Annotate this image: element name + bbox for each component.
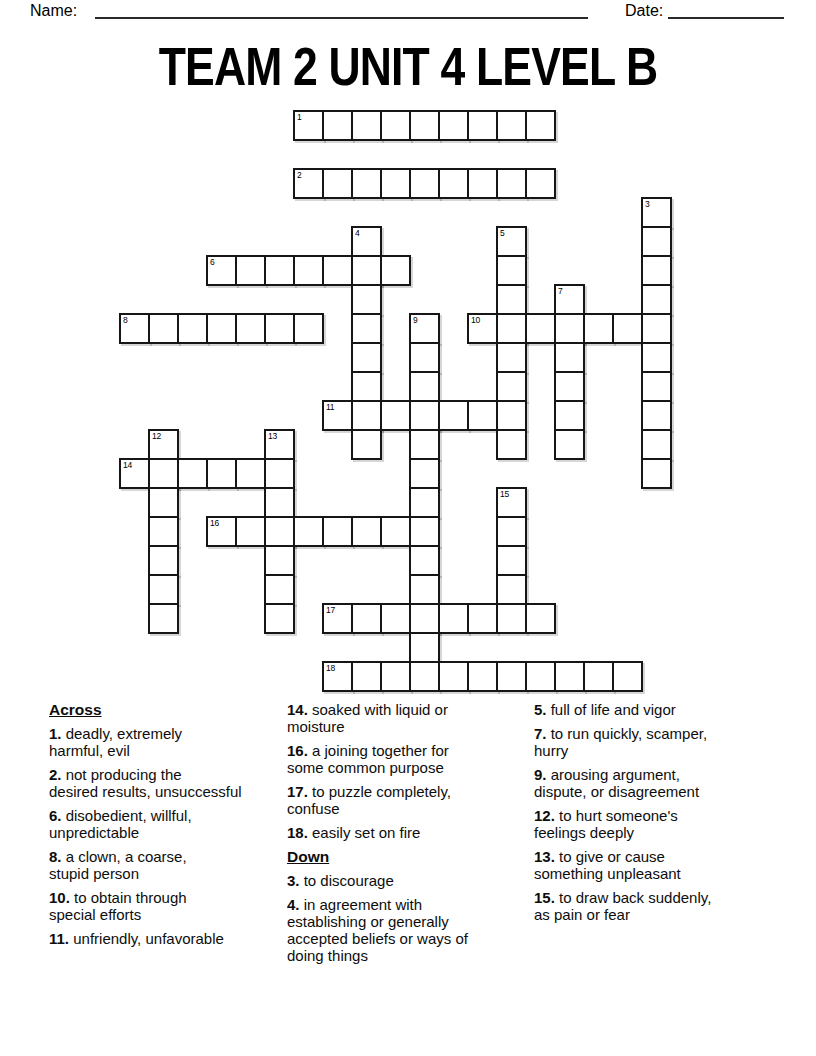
grid-cell[interactable] <box>554 313 585 344</box>
grid-cell[interactable]: 9 <box>409 313 440 344</box>
grid-cell[interactable] <box>496 342 527 373</box>
grid-cell[interactable] <box>351 603 382 634</box>
grid-cell[interactable] <box>467 110 498 141</box>
grid-cell[interactable] <box>264 545 295 576</box>
clue-text: a clown, a coarse, stupid person <box>49 848 187 882</box>
grid-cell[interactable] <box>293 516 324 547</box>
grid-cell[interactable] <box>264 574 295 605</box>
grid-cell[interactable] <box>380 168 411 199</box>
grid-cell[interactable] <box>148 458 179 489</box>
clue-down-13: 13. to give or cause something unpleasan… <box>534 848 792 882</box>
grid-cell[interactable] <box>380 255 411 286</box>
clue-text: to discourage <box>300 872 394 889</box>
cell-number: 7 <box>558 287 562 296</box>
clue-across-18: 18. easily set on fire <box>287 824 531 841</box>
grid-cell[interactable] <box>264 313 295 344</box>
grid-cell[interactable] <box>351 661 382 692</box>
clues-column-2: 14. soaked with liquid or moisture16. a … <box>287 701 531 971</box>
clue-number: 7. <box>534 725 547 742</box>
grid-cell[interactable] <box>467 661 498 692</box>
grid-cell[interactable] <box>409 574 440 605</box>
name-input-line[interactable] <box>95 2 588 19</box>
grid-cell[interactable] <box>380 661 411 692</box>
clue-number: 17. <box>287 783 308 800</box>
grid-cell[interactable] <box>496 110 527 141</box>
grid-cell[interactable] <box>438 661 469 692</box>
clue-number: 8. <box>49 848 62 865</box>
grid-cell[interactable]: 1 <box>293 110 324 141</box>
cell-number: 9 <box>413 316 417 325</box>
grid-cell[interactable] <box>380 110 411 141</box>
clue-across-8: 8. a clown, a coarse, stupid person <box>49 848 281 882</box>
grid-cell[interactable] <box>612 661 643 692</box>
grid-cell[interactable]: 16 <box>206 516 237 547</box>
grid-cell[interactable]: 3 <box>641 197 672 228</box>
grid-cell[interactable] <box>264 516 295 547</box>
grid-cell[interactable] <box>148 313 179 344</box>
grid-cell[interactable] <box>351 371 382 402</box>
clue-text: to obtain through special efforts <box>49 889 187 923</box>
clue-text: to run quickly, scamper, hurry <box>534 725 707 759</box>
clue-number: 14. <box>287 701 308 718</box>
grid-cell[interactable]: 4 <box>351 226 382 257</box>
grid-cell[interactable]: 14 <box>119 458 150 489</box>
grid-cell[interactable] <box>641 458 672 489</box>
clue-number: 6. <box>49 807 62 824</box>
clue-text: easily set on fire <box>308 824 421 841</box>
cell-number: 11 <box>326 403 334 412</box>
grid-cell[interactable] <box>496 545 527 576</box>
grid-cell[interactable] <box>264 603 295 634</box>
grid-cell[interactable] <box>148 603 179 634</box>
clue-number: 12. <box>534 807 555 824</box>
clue-number: 5. <box>534 701 547 718</box>
grid-cell[interactable] <box>554 661 585 692</box>
grid-cell[interactable] <box>496 255 527 286</box>
grid-cell[interactable] <box>351 168 382 199</box>
grid-cell[interactable] <box>148 574 179 605</box>
grid-cell[interactable] <box>641 400 672 431</box>
clue-down-15: 15. to draw back suddenly, as pain or fe… <box>534 889 792 923</box>
cell-number: 2 <box>297 171 301 180</box>
clue-across-14: 14. soaked with liquid or moisture <box>287 701 531 735</box>
cell-number: 15 <box>500 490 509 499</box>
grid-cell[interactable] <box>380 400 411 431</box>
clue-number: 2. <box>49 766 62 783</box>
grid-cell[interactable] <box>641 255 672 286</box>
clue-across-17: 17. to puzzle completely, confuse <box>287 783 531 817</box>
grid-cell[interactable] <box>351 110 382 141</box>
grid-cell[interactable] <box>409 342 440 373</box>
clues-column-1: Across1. deadly, extremely harmful, evil… <box>49 701 281 954</box>
grid-cell[interactable] <box>525 110 556 141</box>
clue-text: disobedient, willful, unpredictable <box>49 807 192 841</box>
grid-cell[interactable] <box>351 429 382 460</box>
clue-text: in agreement with establishing or genera… <box>287 896 468 964</box>
grid-cell[interactable]: 18 <box>322 661 353 692</box>
grid-cell[interactable] <box>322 168 353 199</box>
grid-cell[interactable] <box>525 603 556 634</box>
grid-cell[interactable] <box>641 342 672 373</box>
across-header: Across <box>49 701 281 718</box>
clue-down-7: 7. to run quickly, scamper, hurry <box>534 725 792 759</box>
grid-cell[interactable] <box>293 255 324 286</box>
cell-number: 4 <box>355 229 359 238</box>
grid-cell[interactable]: 10 <box>467 313 498 344</box>
grid-cell[interactable]: 13 <box>264 429 295 460</box>
grid-cell[interactable] <box>641 313 672 344</box>
clue-number: 13. <box>534 848 555 865</box>
clue-down-5: 5. full of life and vigor <box>534 701 792 718</box>
grid-cell[interactable] <box>496 400 527 431</box>
grid-cell[interactable] <box>264 255 295 286</box>
grid-cell[interactable] <box>380 603 411 634</box>
cell-number: 17 <box>326 606 335 615</box>
grid-cell[interactable] <box>351 516 382 547</box>
grid-cell[interactable] <box>409 400 440 431</box>
grid-cell[interactable] <box>322 516 353 547</box>
grid-cell[interactable] <box>409 516 440 547</box>
grid-cell[interactable]: 6 <box>206 255 237 286</box>
grid-cell[interactable] <box>148 487 179 518</box>
grid-cell[interactable] <box>409 545 440 576</box>
grid-cell[interactable] <box>409 661 440 692</box>
grid-cell[interactable] <box>206 313 237 344</box>
grid-cell[interactable] <box>409 429 440 460</box>
grid-cell[interactable] <box>322 110 353 141</box>
clue-across-2: 2. not producing the desired results, un… <box>49 766 281 800</box>
clue-number: 16. <box>287 742 308 759</box>
cell-number: 8 <box>123 316 127 325</box>
clue-text: to puzzle completely, confuse <box>287 783 451 817</box>
clue-number: 15. <box>534 889 555 906</box>
grid-cell[interactable] <box>177 313 208 344</box>
clue-number: 4. <box>287 896 300 913</box>
clue-text: soaked with liquid or moisture <box>287 701 448 735</box>
clue-text: a joining together for some common purpo… <box>287 742 449 776</box>
grid-cell[interactable] <box>264 458 295 489</box>
grid-cell[interactable]: 15 <box>496 487 527 518</box>
clue-number: 3. <box>287 872 300 889</box>
grid-cell[interactable] <box>641 284 672 315</box>
name-label: Name: <box>30 2 77 20</box>
down-header: Down <box>287 848 531 865</box>
grid-cell[interactable] <box>409 110 440 141</box>
grid-cell[interactable] <box>554 371 585 402</box>
clue-number: 18. <box>287 824 308 841</box>
grid-cell[interactable] <box>467 168 498 199</box>
grid-cell[interactable] <box>351 284 382 315</box>
grid-cell[interactable] <box>554 342 585 373</box>
clue-number: 10. <box>49 889 70 906</box>
grid-cell[interactable] <box>438 168 469 199</box>
grid-cell[interactable] <box>583 313 614 344</box>
grid-cell[interactable] <box>496 429 527 460</box>
clue-number: 1. <box>49 725 62 742</box>
grid-cell[interactable] <box>380 516 411 547</box>
grid-cell[interactable] <box>322 255 353 286</box>
clue-text: not producing the desired results, unsuc… <box>49 766 242 800</box>
clue-across-10: 10. to obtain through special efforts <box>49 889 281 923</box>
grid-cell[interactable] <box>351 313 382 344</box>
grid-cell[interactable] <box>409 487 440 518</box>
grid-cell[interactable] <box>612 313 643 344</box>
grid-cell[interactable] <box>438 400 469 431</box>
grid-cell[interactable] <box>264 487 295 518</box>
grid-cell[interactable]: 2 <box>293 168 324 199</box>
grid-cell[interactable] <box>525 313 556 344</box>
page-title: TEAM 2 UNIT 4 LEVEL B <box>65 36 750 97</box>
grid-cell[interactable] <box>496 516 527 547</box>
clue-text: to hurt someone's feelings deeply <box>534 807 678 841</box>
crossword-grid: 123456789101112131415161718 <box>119 110 672 692</box>
grid-cell[interactable] <box>409 458 440 489</box>
grid-cell[interactable] <box>496 168 527 199</box>
grid-cell[interactable] <box>496 371 527 402</box>
grid-cell[interactable] <box>409 632 440 663</box>
grid-cell[interactable] <box>177 458 208 489</box>
grid-cell[interactable]: 7 <box>554 284 585 315</box>
grid-cell[interactable] <box>148 545 179 576</box>
clue-down-4: 4. in agreement with establishing or gen… <box>287 896 531 964</box>
grid-cell[interactable]: 17 <box>322 603 353 634</box>
clue-text: full of life and vigor <box>547 701 676 718</box>
grid-cell[interactable] <box>467 400 498 431</box>
grid-cell[interactable]: 5 <box>496 226 527 257</box>
cell-number: 12 <box>152 432 161 441</box>
grid-cell[interactable] <box>235 458 266 489</box>
grid-cell[interactable] <box>496 661 527 692</box>
clue-text: to draw back suddenly, as pain or fear <box>534 889 711 923</box>
clue-across-11: 11. unfriendly, unfavorable <box>49 930 281 947</box>
grid-cell[interactable] <box>148 516 179 547</box>
cell-number: 6 <box>210 258 214 267</box>
grid-cell[interactable] <box>293 313 324 344</box>
grid-cell[interactable] <box>525 661 556 692</box>
grid-cell[interactable] <box>409 168 440 199</box>
grid-cell[interactable] <box>496 574 527 605</box>
grid-cell[interactable] <box>438 603 469 634</box>
grid-cell[interactable] <box>351 255 382 286</box>
grid-cell[interactable] <box>235 516 266 547</box>
cell-number: 18 <box>326 664 335 673</box>
grid-cell[interactable] <box>351 342 382 373</box>
clue-number: 9. <box>534 766 547 783</box>
grid-cell[interactable] <box>409 371 440 402</box>
cell-number: 16 <box>210 519 219 528</box>
grid-cell[interactable] <box>641 429 672 460</box>
clue-text: to give or cause something unpleasant <box>534 848 681 882</box>
clue-text: deadly, extremely harmful, evil <box>49 725 182 759</box>
clue-across-6: 6. disobedient, willful, unpredictable <box>49 807 281 841</box>
cell-number: 13 <box>268 432 277 441</box>
cell-number: 3 <box>645 200 649 209</box>
grid-cell[interactable] <box>496 313 527 344</box>
grid-cell[interactable] <box>235 313 266 344</box>
grid-cell[interactable] <box>235 255 266 286</box>
clue-text: arousing argument, dispute, or disagreem… <box>534 766 699 800</box>
cell-number: 5 <box>500 229 504 238</box>
clue-number: 11. <box>49 930 69 947</box>
date-input-line[interactable] <box>668 2 784 19</box>
grid-cell[interactable] <box>641 371 672 402</box>
grid-cell[interactable] <box>583 661 614 692</box>
grid-cell[interactable] <box>525 168 556 199</box>
grid-cell[interactable] <box>554 429 585 460</box>
grid-cell[interactable] <box>438 110 469 141</box>
cell-number: 1 <box>297 113 301 122</box>
grid-cell[interactable]: 8 <box>119 313 150 344</box>
grid-cell[interactable] <box>641 226 672 257</box>
grid-cell[interactable] <box>351 400 382 431</box>
clue-text: unfriendly, unfavorable <box>69 930 224 947</box>
clue-down-12: 12. to hurt someone's feelings deeply <box>534 807 792 841</box>
grid-cell[interactable]: 12 <box>148 429 179 460</box>
clue-down-3: 3. to discourage <box>287 872 531 889</box>
grid-cell[interactable]: 11 <box>322 400 353 431</box>
grid-cell[interactable] <box>467 603 498 634</box>
cell-number: 14 <box>123 461 132 470</box>
grid-cell[interactable] <box>496 284 527 315</box>
clues-column-3: 5. full of life and vigor7. to run quick… <box>534 701 792 930</box>
grid-cell[interactable] <box>496 603 527 634</box>
clue-down-9: 9. arousing argument, dispute, or disagr… <box>534 766 792 800</box>
clue-across-1: 1. deadly, extremely harmful, evil <box>49 725 281 759</box>
grid-cell[interactable] <box>554 400 585 431</box>
clue-across-16: 16. a joining together for some common p… <box>287 742 531 776</box>
cell-number: 10 <box>471 316 480 325</box>
grid-cell[interactable] <box>409 603 440 634</box>
date-label: Date: <box>625 2 663 20</box>
grid-cell[interactable] <box>206 458 237 489</box>
